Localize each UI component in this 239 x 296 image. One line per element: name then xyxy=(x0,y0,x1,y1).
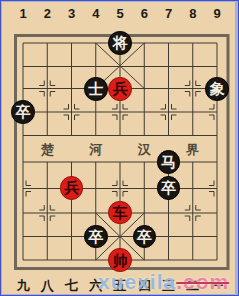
point-f9-r7 xyxy=(205,201,229,225)
point-f2-r5 xyxy=(35,149,59,176)
point-f9-r4 xyxy=(205,124,229,149)
point-f7-r7 xyxy=(156,201,180,225)
file-label-bottom-3: 七 xyxy=(60,277,84,294)
point-f9-r2: 象 xyxy=(205,77,229,100)
piece-red-soldier[interactable]: 兵 xyxy=(108,77,132,101)
file-label-top-1: 1 xyxy=(11,6,35,21)
point-f5-r1 xyxy=(108,55,132,78)
point-f8-r2 xyxy=(181,77,205,100)
board-grid: 将士兵象卒马兵卒车卒卒帅 xyxy=(11,31,229,272)
file-label-top-6: 6 xyxy=(132,6,156,21)
point-f3-r0 xyxy=(59,31,83,55)
point-f4-r9 xyxy=(84,248,108,272)
watermark-site: xuexila xyxy=(98,270,176,293)
point-f2-r6 xyxy=(35,175,59,201)
file-label-top-2: 2 xyxy=(35,6,59,21)
point-f1-r5 xyxy=(11,149,35,176)
point-f6-r1 xyxy=(132,55,156,78)
point-f3-r2 xyxy=(59,77,83,100)
point-f9-r3 xyxy=(205,100,229,124)
file-label-bottom-2: 八 xyxy=(35,277,59,294)
point-f1-r8 xyxy=(11,225,35,249)
point-f8-r8 xyxy=(181,225,205,249)
point-f1-r2 xyxy=(11,77,35,100)
point-f8-r4 xyxy=(181,124,205,149)
point-f3-r3 xyxy=(59,100,83,124)
point-f7-r9 xyxy=(156,248,180,272)
watermark-suffix: .com xyxy=(176,270,229,293)
point-f9-r8 xyxy=(205,225,229,249)
point-f4-r6 xyxy=(84,175,108,201)
point-f7-r5: 马 xyxy=(156,149,180,176)
piece-red-soldier[interactable]: 兵 xyxy=(60,176,84,200)
point-f8-r9 xyxy=(181,248,205,272)
point-f9-r5 xyxy=(205,149,229,176)
point-f4-r1 xyxy=(84,55,108,78)
point-f2-r2 xyxy=(35,77,59,100)
point-f8-r5 xyxy=(181,149,205,176)
file-label-top-4: 4 xyxy=(84,6,108,21)
file-label-top-9: 9 xyxy=(205,6,229,21)
point-f1-r4 xyxy=(11,124,35,149)
point-f2-r4 xyxy=(35,124,59,149)
board-area: 123456789 楚河汉界 将士兵象卒马兵卒车卒卒帅 九八七六五四三二一 xu… xyxy=(2,2,235,294)
point-f7-r2 xyxy=(156,77,180,100)
point-f7-r6: 卒 xyxy=(156,175,180,201)
point-f5-r0: 将 xyxy=(108,31,132,55)
point-f4-r8: 卒 xyxy=(84,225,108,249)
point-f8-r1 xyxy=(181,55,205,78)
point-f5-r8 xyxy=(108,225,132,249)
point-f7-r8 xyxy=(156,225,180,249)
point-f2-r1 xyxy=(35,55,59,78)
point-f2-r7 xyxy=(35,201,59,225)
piece-black-soldier[interactable]: 卒 xyxy=(157,176,181,200)
point-f1-r1 xyxy=(11,55,35,78)
point-f4-r0 xyxy=(84,31,108,55)
point-f6-r5 xyxy=(132,149,156,176)
point-f5-r4 xyxy=(108,124,132,149)
point-f1-r3: 卒 xyxy=(11,100,35,124)
point-f8-r0 xyxy=(181,31,205,55)
point-f3-r5 xyxy=(59,149,83,176)
piece-black-soldier[interactable]: 卒 xyxy=(84,225,108,249)
point-f6-r7 xyxy=(132,201,156,225)
point-f3-r9 xyxy=(59,248,83,272)
xiangqi-diagram-window: 123456789 楚河汉界 将士兵象卒马兵卒车卒卒帅 九八七六五四三二一 xu… xyxy=(0,0,239,296)
watermark: xuexila.com xyxy=(98,270,229,294)
point-f6-r2 xyxy=(132,77,156,100)
point-f1-r6 xyxy=(11,175,35,201)
point-f1-r9 xyxy=(11,248,35,272)
point-f1-r0 xyxy=(11,31,35,55)
piece-black-general[interactable]: 将 xyxy=(108,31,132,55)
point-f7-r4 xyxy=(156,124,180,149)
piece-black-elephant[interactable]: 象 xyxy=(205,77,229,101)
point-f9-r6 xyxy=(205,175,229,201)
file-label-top-7: 7 xyxy=(157,6,181,21)
piece-black-soldier[interactable]: 卒 xyxy=(133,225,157,249)
file-label-top-5: 5 xyxy=(108,6,132,21)
point-f4-r2: 士 xyxy=(84,77,108,100)
point-f5-r3 xyxy=(108,100,132,124)
point-f1-r7 xyxy=(11,201,35,225)
point-f3-r1 xyxy=(59,55,83,78)
point-f9-r9 xyxy=(205,248,229,272)
point-f2-r3 xyxy=(35,100,59,124)
point-f2-r8 xyxy=(35,225,59,249)
point-f9-r1 xyxy=(205,55,229,78)
piece-black-advisor[interactable]: 士 xyxy=(84,77,108,101)
point-f4-r3 xyxy=(84,100,108,124)
point-f6-r0 xyxy=(132,31,156,55)
piece-black-soldier[interactable]: 卒 xyxy=(11,100,35,124)
point-f4-r5 xyxy=(84,149,108,176)
piece-black-horse[interactable]: 马 xyxy=(157,150,181,174)
file-label-bottom-1: 九 xyxy=(11,277,35,294)
point-f5-r7: 车 xyxy=(108,201,132,225)
point-f7-r1 xyxy=(156,55,180,78)
file-label-top-8: 8 xyxy=(181,6,205,21)
point-f7-r3 xyxy=(156,100,180,124)
point-f5-r5 xyxy=(108,149,132,176)
point-f8-r6 xyxy=(181,175,205,201)
point-f9-r0 xyxy=(205,31,229,55)
point-f3-r4 xyxy=(59,124,83,149)
point-f5-r9: 帅 xyxy=(108,248,132,272)
piece-red-general[interactable]: 帅 xyxy=(108,248,132,272)
point-f6-r9 xyxy=(132,248,156,272)
point-f6-r6 xyxy=(132,175,156,201)
point-f5-r2: 兵 xyxy=(108,77,132,100)
point-f2-r9 xyxy=(35,248,59,272)
point-f4-r7 xyxy=(84,201,108,225)
point-f6-r8: 卒 xyxy=(132,225,156,249)
point-f8-r3 xyxy=(181,100,205,124)
point-f4-r4 xyxy=(84,124,108,149)
point-f6-r3 xyxy=(132,100,156,124)
point-f3-r7 xyxy=(59,201,83,225)
point-f8-r7 xyxy=(181,201,205,225)
point-f3-r8 xyxy=(59,225,83,249)
point-f5-r6 xyxy=(108,175,132,201)
point-f6-r4 xyxy=(132,124,156,149)
file-label-top-3: 3 xyxy=(60,6,84,21)
point-f2-r0 xyxy=(35,31,59,55)
point-f7-r0 xyxy=(156,31,180,55)
piece-red-chariot[interactable]: 车 xyxy=(108,201,132,225)
point-f3-r6: 兵 xyxy=(59,175,83,201)
